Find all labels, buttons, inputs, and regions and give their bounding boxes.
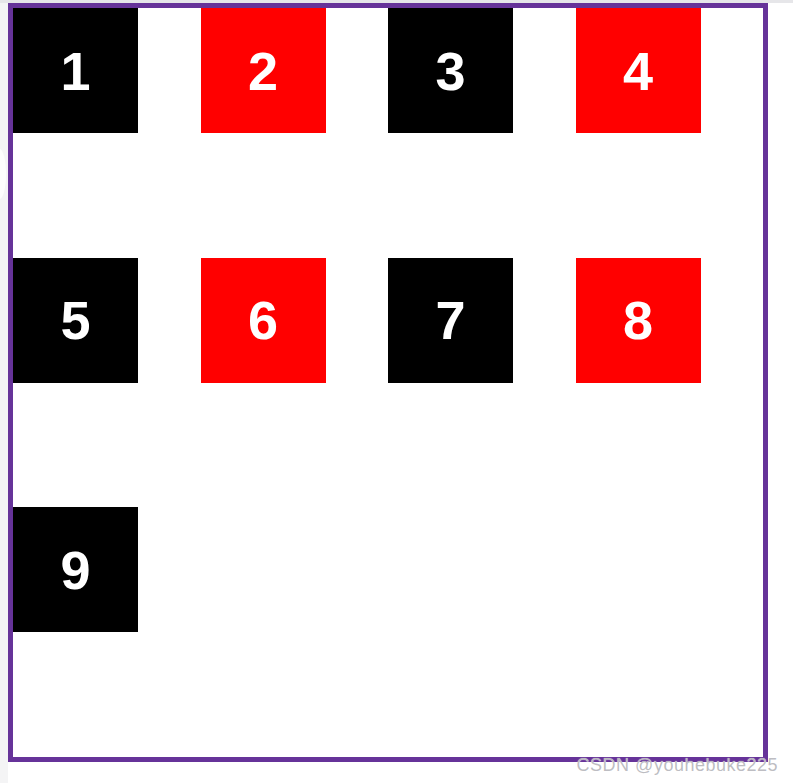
page: 1 2 3 4 5 6 7 8 9 CSDN @youhebuke225 [0, 0, 793, 783]
left-edge-notch [0, 149, 6, 199]
tile-2: 2 [201, 8, 326, 133]
tile-5: 5 [13, 258, 138, 383]
tile-7: 7 [388, 258, 513, 383]
tile-3: 3 [388, 8, 513, 133]
tile-6: 6 [201, 258, 326, 383]
tile-8: 8 [576, 258, 701, 383]
csdn-watermark: CSDN @youhebuke225 [577, 755, 778, 776]
tile-4: 4 [576, 8, 701, 133]
grid-board: 1 2 3 4 5 6 7 8 9 [8, 3, 768, 762]
tile-9: 9 [13, 507, 138, 632]
tile-1: 1 [13, 8, 138, 133]
left-edge-strip [0, 3, 8, 783]
